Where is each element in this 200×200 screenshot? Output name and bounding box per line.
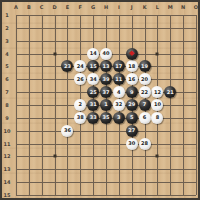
column-label-E: E — [66, 5, 69, 10]
stone-black-27-J10: 27 — [126, 125, 138, 137]
grid-line-horizontal — [16, 169, 196, 170]
column-label-G: G — [91, 5, 95, 10]
stone-white-22-K7: 22 — [139, 86, 151, 98]
stone-black-21-M7: 21 — [164, 86, 176, 98]
stone-black-17-I5: 17 — [113, 60, 125, 72]
stone-black-11-I6: 11 — [113, 73, 125, 85]
stone-black-3-I9: 3 — [113, 112, 125, 124]
row-label-12: 12 — [4, 154, 11, 159]
grid-line-vertical — [170, 15, 171, 195]
stone-black-7-K8: 7 — [139, 99, 151, 111]
stone-white-26-F6: 26 — [74, 73, 86, 85]
column-label-K: K — [143, 5, 147, 10]
star-point-D12 — [53, 155, 56, 158]
stone-black-1-H8: 1 — [100, 99, 112, 111]
gomoku-board-screenshot: ABCDEFGHIJKLMNO1234567891011121314151234… — [0, 0, 200, 200]
row-label-14: 14 — [4, 180, 11, 185]
column-label-O: O — [194, 5, 198, 10]
stone-white-2-F8: 2 — [74, 99, 86, 111]
grid-line-horizontal — [16, 182, 196, 183]
grid-line-horizontal — [16, 131, 196, 132]
stone-black-25-G7: 25 — [87, 86, 99, 98]
stone-white-16-J6: 16 — [126, 73, 138, 85]
star-point-L12 — [156, 155, 159, 158]
stone-black-39-H6: 39 — [100, 73, 112, 85]
stone-white-30-J11: 30 — [126, 138, 138, 150]
row-label-9: 9 — [5, 115, 8, 120]
row-label-4: 4 — [5, 51, 8, 56]
stone-black-29-J8: 29 — [126, 99, 138, 111]
row-label-5: 5 — [5, 64, 8, 69]
row-label-3: 3 — [5, 38, 8, 43]
stone-black-33-G9: 33 — [87, 112, 99, 124]
row-label-11: 11 — [4, 141, 11, 146]
stone-white-38-F9: 38 — [74, 112, 86, 124]
grid-line-horizontal — [16, 156, 196, 157]
row-label-6: 6 — [5, 77, 8, 82]
row-label-2: 2 — [5, 25, 8, 30]
stone-black-13-H5: 13 — [100, 60, 112, 72]
column-label-M: M — [168, 5, 173, 10]
stone-white-28-K11: 28 — [139, 138, 151, 150]
column-label-J: J — [131, 5, 133, 10]
column-label-A: A — [14, 5, 18, 10]
stone-white-32-I8: 32 — [113, 99, 125, 111]
stone-black-31-G8: 31 — [87, 99, 99, 111]
stone-white-12-L7: 12 — [151, 86, 163, 98]
column-label-C: C — [40, 5, 44, 10]
stone-white-18-J5: 18 — [126, 60, 138, 72]
row-label-10: 10 — [4, 128, 11, 133]
grid-line-horizontal — [16, 144, 196, 145]
stone-black-35-H9: 35 — [100, 112, 112, 124]
stone-white-8-L9: 8 — [151, 112, 163, 124]
stone-white-20-K6: 20 — [139, 73, 151, 85]
row-label-7: 7 — [5, 90, 8, 95]
stone-black-23-E5: 23 — [61, 60, 73, 72]
stone-white-10-L8: 10 — [151, 99, 163, 111]
stone-white-36-E10: 36 — [61, 125, 73, 137]
grid-line-vertical — [183, 15, 184, 195]
grid-line-horizontal — [16, 195, 196, 196]
stone-white-14-G4: 14 — [87, 48, 99, 60]
stone-white-4-I7: 4 — [113, 86, 125, 98]
stone-black-41-J4: ◆ — [126, 48, 138, 60]
row-label-1: 1 — [5, 13, 8, 18]
column-label-I: I — [118, 5, 120, 10]
stone-white-24-F5: 24 — [74, 60, 86, 72]
stone-white-6-K9: 6 — [139, 112, 151, 124]
row-label-13: 13 — [4, 167, 11, 172]
row-label-15: 15 — [4, 192, 11, 197]
row-label-8: 8 — [5, 102, 8, 107]
star-point-L4 — [156, 52, 159, 55]
stone-black-19-K5: 19 — [139, 60, 151, 72]
stone-white-34-G6: 34 — [87, 73, 99, 85]
stone-black-37-H7: 37 — [100, 86, 112, 98]
stone-black-15-G5: 15 — [87, 60, 99, 72]
star-point-D4 — [53, 52, 56, 55]
column-label-D: D — [52, 5, 56, 10]
last-move-marker-icon: ◆ — [129, 50, 134, 57]
column-label-B: B — [27, 5, 31, 10]
column-label-H: H — [104, 5, 108, 10]
stone-black-5-J9: 5 — [126, 112, 138, 124]
stone-black-9-J7: 9 — [126, 86, 138, 98]
stone-white-40-H4: 40 — [100, 48, 112, 60]
grid-line-vertical — [196, 15, 197, 195]
column-label-F: F — [79, 5, 82, 10]
column-label-N: N — [181, 5, 185, 10]
column-label-L: L — [156, 5, 159, 10]
